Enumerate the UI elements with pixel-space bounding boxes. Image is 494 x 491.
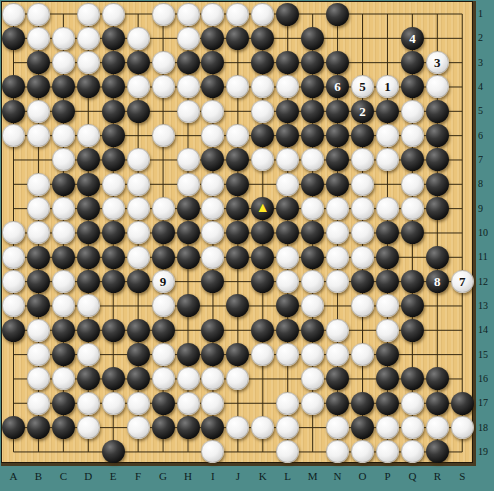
column-label-G: G: [156, 470, 170, 482]
stone-K11-black[interactable]: [251, 246, 274, 269]
row-label-2: 2: [478, 32, 494, 43]
row-label-14: 14: [478, 324, 494, 335]
stone-G11-black[interactable]: [152, 246, 175, 269]
stone-N14-white[interactable]: [326, 319, 349, 342]
stone-H10-black[interactable]: [177, 221, 200, 244]
stone-E2-black[interactable]: [102, 27, 125, 50]
stone-F4-white[interactable]: [127, 75, 150, 98]
stone-C17-black[interactable]: [52, 392, 75, 415]
stone-O11-white[interactable]: [351, 246, 374, 269]
go-app-window: 436512▲987 ABCDEFGHIJKLMNOPQRS1234567891…: [0, 0, 494, 491]
stone-F2-white[interactable]: [127, 27, 150, 50]
stone-K1-white[interactable]: [251, 3, 274, 26]
stone-C9-white[interactable]: [52, 197, 75, 220]
stone-C2-white[interactable]: [52, 27, 75, 50]
stone-H17-white[interactable]: [177, 392, 200, 415]
stone-E14-black[interactable]: [102, 319, 125, 342]
stone-N8-black[interactable]: [326, 173, 349, 196]
stone-H5-white[interactable]: [177, 100, 200, 123]
stone-A5-black[interactable]: [2, 100, 25, 123]
stone-H9-black[interactable]: [177, 197, 200, 220]
go-board[interactable]: 436512▲987: [1, 1, 476, 466]
stone-D15-white[interactable]: [77, 343, 100, 366]
column-label-M: M: [306, 470, 320, 482]
stone-C18-black[interactable]: [52, 416, 75, 439]
stone-L11-white[interactable]: [276, 246, 299, 269]
stone-A6-white[interactable]: [2, 124, 25, 147]
stone-E12-black[interactable]: [102, 270, 125, 293]
stone-N17-black[interactable]: [326, 392, 349, 415]
stone-F10-white[interactable]: [127, 221, 150, 244]
column-label-P: P: [380, 470, 394, 482]
stone-G1-white[interactable]: [152, 3, 175, 26]
stone-G3-white[interactable]: [152, 51, 175, 74]
move-number-label-5: 5: [359, 80, 366, 93]
stone-L17-white[interactable]: [276, 392, 299, 415]
move-number-label-1: 1: [384, 80, 391, 93]
move-number-label-8: 8: [434, 275, 441, 288]
stone-S17-black[interactable]: [451, 392, 474, 415]
stone-B1-white[interactable]: [27, 3, 50, 26]
stone-R11-black[interactable]: [426, 246, 449, 269]
stone-P12-black[interactable]: [376, 270, 399, 293]
stone-G4-white[interactable]: [152, 75, 175, 98]
row-label-12: 12: [478, 276, 494, 287]
stone-P15-black[interactable]: [376, 343, 399, 366]
move-number-label-6: 6: [334, 80, 341, 93]
stone-P11-black[interactable]: [376, 246, 399, 269]
stone-F9-white[interactable]: [127, 197, 150, 220]
stone-I1-white[interactable]: [201, 3, 224, 26]
stone-R18-white[interactable]: [426, 416, 449, 439]
row-label-16: 16: [478, 373, 494, 384]
stone-D17-white[interactable]: [77, 392, 100, 415]
stone-O6-black[interactable]: [351, 124, 374, 147]
column-label-S: S: [455, 470, 469, 482]
stone-A1-white[interactable]: [2, 3, 25, 26]
stone-G17-black[interactable]: [152, 392, 175, 415]
stone-F11-white[interactable]: [127, 246, 150, 269]
stone-G10-black[interactable]: [152, 221, 175, 244]
stone-B11-black[interactable]: [27, 246, 50, 269]
stone-M8-black[interactable]: [301, 173, 324, 196]
stone-Q12-black[interactable]: [401, 270, 424, 293]
stone-Q9-white[interactable]: [401, 197, 424, 220]
stone-P18-white[interactable]: [376, 416, 399, 439]
column-label-L: L: [281, 470, 295, 482]
stone-B8-white[interactable]: [27, 173, 50, 196]
stone-E8-white[interactable]: [102, 173, 125, 196]
row-label-10: 10: [478, 227, 494, 238]
stone-B17-white[interactable]: [27, 392, 50, 415]
stone-F16-black[interactable]: [127, 367, 150, 390]
stone-P9-white[interactable]: [376, 197, 399, 220]
stone-C15-black[interactable]: [52, 343, 75, 366]
row-label-13: 13: [478, 300, 494, 311]
stone-E5-black[interactable]: [102, 100, 125, 123]
stone-C12-white[interactable]: [52, 270, 75, 293]
column-label-N: N: [331, 470, 345, 482]
stone-B9-white[interactable]: [27, 197, 50, 220]
row-label-9: 9: [478, 203, 494, 214]
stone-D1-white[interactable]: [77, 3, 100, 26]
stone-E9-white[interactable]: [102, 197, 125, 220]
stone-F5-black[interactable]: [127, 100, 150, 123]
stone-P14-white[interactable]: [376, 319, 399, 342]
stone-H8-white[interactable]: [177, 173, 200, 196]
stone-F8-white[interactable]: [127, 173, 150, 196]
stone-D12-black[interactable]: [77, 270, 100, 293]
stone-C5-black[interactable]: [52, 100, 75, 123]
stone-L14-black[interactable]: [276, 319, 299, 342]
stone-A11-white[interactable]: [2, 246, 25, 269]
stone-B6-white[interactable]: [27, 124, 50, 147]
stone-H16-white[interactable]: [177, 367, 200, 390]
stone-B12-black[interactable]: [27, 270, 50, 293]
stone-K5-white[interactable]: [251, 100, 274, 123]
stone-O8-white[interactable]: [351, 173, 374, 196]
stone-B2-white[interactable]: [27, 27, 50, 50]
stone-F15-black[interactable]: [127, 343, 150, 366]
row-label-1: 1: [478, 8, 494, 19]
stone-O12-black[interactable]: [351, 270, 374, 293]
row-label-6: 6: [478, 130, 494, 141]
stone-H13-black[interactable]: [177, 294, 200, 317]
stone-K14-black[interactable]: [251, 319, 274, 342]
stone-D6-white[interactable]: [77, 124, 100, 147]
stone-Q8-white[interactable]: [401, 173, 424, 196]
stone-D11-black[interactable]: [77, 246, 100, 269]
stone-R8-black[interactable]: [426, 173, 449, 196]
triangle-marker-icon: ▲: [256, 201, 270, 215]
row-label-17: 17: [478, 397, 494, 408]
move-number-label-4: 4: [409, 32, 416, 45]
stone-H18-black[interactable]: [177, 416, 200, 439]
stone-D18-white[interactable]: [77, 416, 100, 439]
stone-H15-black[interactable]: [177, 343, 200, 366]
stone-M5-black[interactable]: [301, 100, 324, 123]
stone-R12-black[interactable]: 8: [426, 270, 449, 293]
stone-B3-black[interactable]: [27, 51, 50, 74]
stone-N1-black[interactable]: [326, 3, 349, 26]
stone-E3-black[interactable]: [102, 51, 125, 74]
column-label-K: K: [256, 470, 270, 482]
stone-S12-white[interactable]: 7: [451, 270, 474, 293]
stone-R6-black[interactable]: [426, 124, 449, 147]
stone-H1-white[interactable]: [177, 3, 200, 26]
stone-Q5-white[interactable]: [401, 100, 424, 123]
stone-H11-black[interactable]: [177, 246, 200, 269]
stone-E17-white[interactable]: [102, 392, 125, 415]
stone-L5-black[interactable]: [276, 100, 299, 123]
row-label-5: 5: [478, 105, 494, 116]
stone-G16-white[interactable]: [152, 367, 175, 390]
stone-G9-white[interactable]: [152, 197, 175, 220]
stone-O15-white[interactable]: [351, 343, 374, 366]
column-label-Q: Q: [405, 470, 419, 482]
stone-B15-white[interactable]: [27, 343, 50, 366]
stone-C6-white[interactable]: [52, 124, 75, 147]
move-number-label-7: 7: [459, 275, 466, 288]
stone-A2-black[interactable]: [2, 27, 25, 50]
move-number-label-2: 2: [359, 105, 366, 118]
stone-J1-white[interactable]: [226, 3, 249, 26]
stone-M14-black[interactable]: [301, 319, 324, 342]
stone-S18-white[interactable]: [451, 416, 474, 439]
stone-B5-white[interactable]: [27, 100, 50, 123]
column-label-E: E: [106, 470, 120, 482]
column-label-O: O: [356, 470, 370, 482]
row-label-19: 19: [478, 446, 494, 457]
stone-G12-white[interactable]: 9: [152, 270, 175, 293]
stone-M11-black[interactable]: [301, 246, 324, 269]
stone-A18-black[interactable]: [2, 416, 25, 439]
column-label-F: F: [131, 470, 145, 482]
stone-F17-white[interactable]: [127, 392, 150, 415]
stone-D9-black[interactable]: [77, 197, 100, 220]
stone-O18-black[interactable]: [351, 416, 374, 439]
stone-C8-black[interactable]: [52, 173, 75, 196]
column-label-D: D: [81, 470, 95, 482]
stone-O17-black[interactable]: [351, 392, 374, 415]
stone-L1-black[interactable]: [276, 3, 299, 26]
stone-C11-black[interactable]: [52, 246, 75, 269]
stone-Q2-black[interactable]: 4: [401, 27, 424, 50]
stone-M2-black[interactable]: [301, 27, 324, 50]
column-label-J: J: [231, 470, 245, 482]
stone-E11-black[interactable]: [102, 246, 125, 269]
column-label-A: A: [7, 470, 21, 482]
stone-D14-black[interactable]: [77, 319, 100, 342]
stone-H2-white[interactable]: [177, 27, 200, 50]
stone-G18-black[interactable]: [152, 416, 175, 439]
stone-G15-white[interactable]: [152, 343, 175, 366]
stone-N5-black[interactable]: [326, 100, 349, 123]
row-label-18: 18: [478, 422, 494, 433]
move-number-label-3: 3: [434, 56, 441, 69]
stone-D2-white[interactable]: [77, 27, 100, 50]
stone-H7-white[interactable]: [177, 148, 200, 171]
stone-E1-white[interactable]: [102, 3, 125, 26]
stone-F12-black[interactable]: [127, 270, 150, 293]
stone-R3-white[interactable]: 3: [426, 51, 449, 74]
row-label-4: 4: [478, 81, 494, 92]
stone-P6-white[interactable]: [376, 124, 399, 147]
stone-A12-white[interactable]: [2, 270, 25, 293]
stone-A14-black[interactable]: [2, 319, 25, 342]
stone-Q17-white[interactable]: [401, 392, 424, 415]
stone-G14-black[interactable]: [152, 319, 175, 342]
stone-D3-white[interactable]: [77, 51, 100, 74]
stone-Q6-white[interactable]: [401, 124, 424, 147]
stone-M17-white[interactable]: [301, 392, 324, 415]
stone-Q14-black[interactable]: [401, 319, 424, 342]
stone-N11-white[interactable]: [326, 246, 349, 269]
column-label-H: H: [181, 470, 195, 482]
stone-J8-black[interactable]: [226, 173, 249, 196]
stone-K2-black[interactable]: [251, 27, 274, 50]
row-label-7: 7: [478, 154, 494, 165]
stone-P5-black[interactable]: [376, 100, 399, 123]
stone-R17-black[interactable]: [426, 392, 449, 415]
row-label-8: 8: [478, 178, 494, 189]
column-label-R: R: [430, 470, 444, 482]
stone-L8-white[interactable]: [276, 173, 299, 196]
stone-F14-black[interactable]: [127, 319, 150, 342]
column-label-B: B: [31, 470, 45, 482]
stone-C3-white[interactable]: [52, 51, 75, 74]
column-label-I: I: [206, 470, 220, 482]
stone-P17-black[interactable]: [376, 392, 399, 415]
stone-R5-black[interactable]: [426, 100, 449, 123]
row-label-11: 11: [478, 251, 494, 262]
stone-G6-white[interactable]: [152, 124, 175, 147]
stone-E6-black[interactable]: [102, 124, 125, 147]
stone-G13-white[interactable]: [152, 294, 175, 317]
stone-O9-white[interactable]: [351, 197, 374, 220]
stone-J11-black[interactable]: [226, 246, 249, 269]
stone-F7-white[interactable]: [127, 148, 150, 171]
move-number-label-9: 9: [160, 275, 167, 288]
stone-C14-black[interactable]: [52, 319, 75, 342]
stone-Q18-white[interactable]: [401, 416, 424, 439]
stone-R9-black[interactable]: [426, 197, 449, 220]
stone-O5-black[interactable]: 2: [351, 100, 374, 123]
stone-F3-black[interactable]: [127, 51, 150, 74]
stone-F18-white[interactable]: [127, 416, 150, 439]
stone-Q3-black[interactable]: [401, 51, 424, 74]
stone-B14-white[interactable]: [27, 319, 50, 342]
stone-H3-black[interactable]: [177, 51, 200, 74]
stone-D8-black[interactable]: [77, 173, 100, 196]
stone-H4-white[interactable]: [177, 75, 200, 98]
stone-B18-black[interactable]: [27, 416, 50, 439]
row-label-15: 15: [478, 349, 494, 360]
column-label-C: C: [56, 470, 70, 482]
row-label-3: 3: [478, 57, 494, 68]
